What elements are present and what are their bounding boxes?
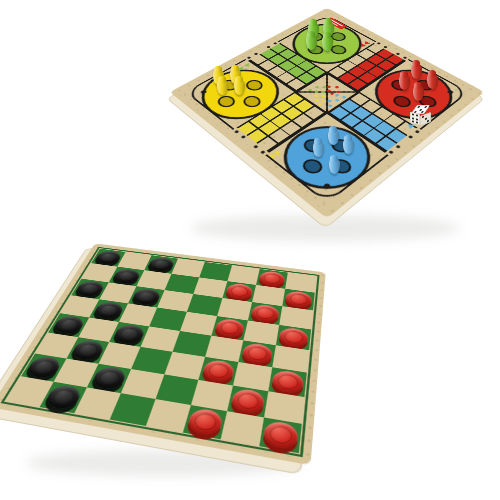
- center-confetti-dot: [318, 102, 323, 105]
- center-confetti-dot: [328, 104, 333, 107]
- ludo-home-pad-yellow: [214, 94, 238, 110]
- center-confetti-dot: [335, 86, 339, 89]
- checkers-piece-red: [262, 420, 298, 451]
- ludo-board-face: [170, 8, 485, 219]
- ludo-home-pad-blue: [299, 156, 326, 176]
- center-confetti-dot: [308, 88, 312, 91]
- ludo-home-pad-yellow: [243, 78, 266, 93]
- ludo-home-pad-blue: [300, 136, 326, 155]
- ludo-home-pad-blue: [328, 136, 354, 155]
- checkers-piece-black: [131, 288, 162, 306]
- ludo-home-pad-red: [413, 78, 437, 93]
- center-confetti-dot: [327, 85, 331, 88]
- center-confetti-dot: [314, 90, 318, 93]
- center-confetti-dot: [321, 94, 325, 97]
- center-confetti-dot: [315, 99, 319, 102]
- checkers-piece-red: [201, 359, 235, 384]
- ludo-home-pad-blue: [328, 156, 355, 176]
- checkers-piece-red: [250, 304, 280, 324]
- checkers-piece-red: [271, 369, 304, 395]
- center-confetti-dot: [327, 99, 331, 102]
- checkers-piece-red: [285, 290, 313, 309]
- center-confetti-dot: [342, 96, 346, 99]
- center-confetti-dot: [322, 86, 326, 89]
- checkers-piece-red: [225, 283, 254, 301]
- checkers-piece-red: [186, 407, 224, 436]
- ludo-home-pad-green: [305, 31, 326, 43]
- ludo-home-pad-green: [328, 43, 350, 56]
- ludo-home-pad-red: [415, 94, 440, 110]
- checkers-piece-red: [241, 342, 273, 365]
- ludo-home-pad-green: [328, 31, 349, 43]
- checkers-piece-red: [278, 327, 308, 349]
- center-confetti-dot: [335, 94, 339, 97]
- checkers-piece-red: [258, 270, 285, 287]
- ludo-home-pad-yellow: [240, 94, 264, 110]
- ludo-home-pad-green: [305, 43, 327, 56]
- product-photo-stage: [0, 0, 500, 500]
- ludo-home-pad-red: [388, 78, 412, 93]
- checkers-board-face: [0, 243, 326, 465]
- center-confetti-dot: [314, 94, 318, 97]
- ludo-home-pad-red: [390, 94, 414, 110]
- ludo-home-pad-yellow: [218, 78, 241, 93]
- center-confetti-dot: [321, 90, 325, 93]
- center-confetti-dot: [335, 99, 339, 102]
- checkers-piece-red: [214, 318, 245, 339]
- checkers-piece-red: [230, 388, 265, 415]
- center-confetti-dot: [321, 99, 325, 102]
- checkers-board: [0, 243, 326, 465]
- ludo-board: [170, 8, 485, 219]
- center-confetti-dot: [315, 86, 319, 89]
- checkers-piece-black: [147, 257, 176, 273]
